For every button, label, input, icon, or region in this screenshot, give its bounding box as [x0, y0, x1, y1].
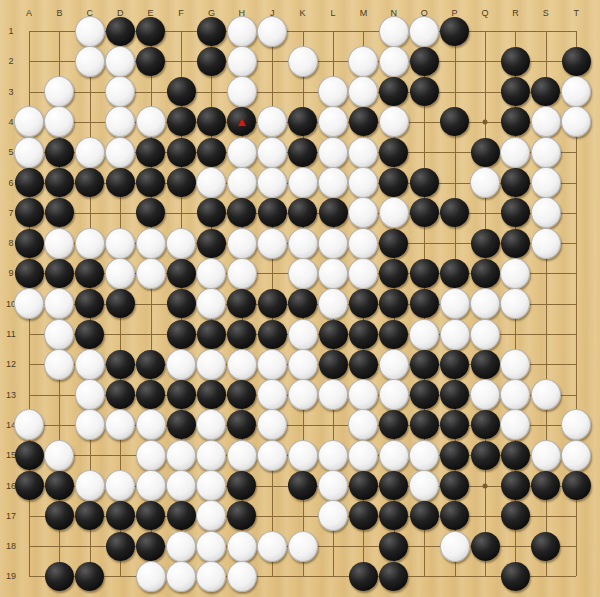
black-stone-glyph [471, 441, 500, 470]
board-intersection[interactable] [348, 16, 378, 46]
white-stone-glyph [379, 16, 409, 47]
white-stone-glyph [348, 76, 378, 107]
black-stone-glyph [75, 289, 104, 318]
white-stone [196, 471, 226, 501]
white-stone [500, 349, 530, 379]
board-intersection[interactable] [318, 561, 348, 591]
black-stone-glyph [501, 47, 530, 76]
white-stone [227, 440, 257, 470]
black-stone-glyph [319, 350, 348, 379]
white-stone-glyph [288, 349, 318, 380]
white-stone [288, 319, 318, 349]
board-intersection[interactable] [105, 561, 135, 591]
board-intersection[interactable] [409, 561, 439, 591]
white-stone-glyph [227, 258, 257, 289]
black-stone-glyph: ▲ [227, 107, 256, 136]
black-stone-glyph [531, 471, 560, 500]
board-intersection[interactable] [257, 46, 287, 76]
white-stone [288, 228, 318, 258]
white-stone [318, 289, 348, 319]
board-intersection[interactable] [470, 77, 500, 107]
white-stone [257, 349, 287, 379]
black-stone [440, 16, 470, 46]
board-intersection[interactable] [14, 561, 44, 591]
black-stone-glyph [167, 320, 196, 349]
black-stone [257, 319, 287, 349]
board-intersection[interactable] [196, 77, 226, 107]
black-stone [379, 289, 409, 319]
board-intersection[interactable] [288, 561, 318, 591]
white-stone [348, 380, 378, 410]
black-stone-glyph [15, 259, 44, 288]
board-intersection[interactable] [500, 319, 530, 349]
white-stone-glyph [166, 470, 196, 501]
black-stone-glyph [501, 229, 530, 258]
black-stone [136, 168, 166, 198]
black-stone [348, 107, 378, 137]
board-intersection[interactable] [409, 531, 439, 561]
white-stone-glyph [318, 76, 348, 107]
black-stone-glyph [379, 532, 408, 561]
white-stone [75, 228, 105, 258]
black-stone [409, 501, 439, 531]
white-stone [196, 531, 226, 561]
white-stone [105, 410, 135, 440]
white-stone-glyph [14, 106, 44, 137]
white-stone-glyph [318, 470, 348, 501]
white-stone [379, 380, 409, 410]
black-stone [136, 16, 166, 46]
black-stone-glyph [288, 138, 317, 167]
white-stone-glyph [379, 46, 409, 77]
black-stone [379, 137, 409, 167]
black-stone-glyph [288, 107, 317, 136]
black-stone-glyph [197, 107, 226, 136]
white-stone-glyph [288, 440, 318, 471]
white-stone-glyph [531, 167, 561, 198]
white-stone-glyph [288, 531, 318, 562]
white-stone-glyph [44, 440, 74, 471]
white-stone [500, 380, 530, 410]
black-stone-glyph [45, 168, 74, 197]
board-intersection[interactable] [470, 107, 500, 137]
board-intersection[interactable] [531, 46, 561, 76]
black-stone [227, 501, 257, 531]
black-stone [379, 561, 409, 591]
black-stone [75, 258, 105, 288]
board-intersection[interactable] [257, 77, 287, 107]
white-stone [196, 410, 226, 440]
white-stone [257, 531, 287, 561]
black-stone-glyph [136, 532, 165, 561]
black-stone-glyph [15, 168, 44, 197]
black-stone [500, 440, 530, 470]
row-label: 1 [8, 26, 13, 36]
row-label: 8 [8, 238, 13, 248]
board-intersection[interactable] [561, 289, 591, 319]
white-stone-glyph [257, 440, 287, 471]
white-stone [257, 137, 287, 167]
black-stone [227, 289, 257, 319]
white-stone [257, 168, 287, 198]
board-intersection[interactable] [136, 289, 166, 319]
black-stone [227, 319, 257, 349]
black-stone-glyph [501, 107, 530, 136]
black-stone [348, 289, 378, 319]
board-intersection[interactable] [409, 137, 439, 167]
black-stone [440, 501, 470, 531]
black-stone [379, 501, 409, 531]
white-stone [75, 46, 105, 76]
board-intersection[interactable] [166, 198, 196, 228]
white-stone-glyph [318, 379, 348, 410]
board-intersection[interactable] [409, 228, 439, 258]
white-stone [531, 137, 561, 167]
black-stone [105, 380, 135, 410]
white-stone-glyph [227, 531, 257, 562]
board-intersection[interactable] [105, 198, 135, 228]
white-stone-glyph [500, 137, 530, 168]
board-intersection[interactable] [470, 16, 500, 46]
board-intersection[interactable] [531, 289, 561, 319]
black-stone [166, 501, 196, 531]
board-intersection[interactable] [257, 258, 287, 288]
board-intersection[interactable] [75, 107, 105, 137]
white-stone [227, 258, 257, 288]
white-stone-glyph [14, 409, 44, 440]
board-intersection[interactable] [288, 16, 318, 46]
white-stone [136, 561, 166, 591]
white-stone [288, 168, 318, 198]
black-stone-glyph [197, 138, 226, 167]
board-intersection[interactable] [14, 349, 44, 379]
board-intersection[interactable] [44, 410, 74, 440]
black-stone [227, 198, 257, 228]
board-intersection[interactable] [14, 380, 44, 410]
black-stone-glyph [136, 47, 165, 76]
white-stone-glyph [318, 137, 348, 168]
board-intersection[interactable] [470, 46, 500, 76]
white-stone [196, 168, 226, 198]
board-intersection[interactable] [531, 561, 561, 591]
black-stone-glyph [471, 410, 500, 439]
black-stone-glyph [136, 138, 165, 167]
white-stone-glyph [196, 167, 226, 198]
board-intersection[interactable] [561, 319, 591, 349]
black-stone-glyph [136, 17, 165, 46]
board-intersection[interactable] [470, 471, 500, 501]
black-stone [409, 198, 439, 228]
black-stone-glyph [349, 501, 378, 530]
board-intersection[interactable] [14, 77, 44, 107]
black-stone-glyph [471, 259, 500, 288]
black-stone-glyph [167, 107, 196, 136]
white-stone [136, 107, 166, 137]
white-stone [257, 16, 287, 46]
black-stone [409, 77, 439, 107]
white-stone-glyph [500, 258, 530, 289]
white-stone [318, 107, 348, 137]
white-stone [166, 561, 196, 591]
white-stone [409, 440, 439, 470]
board-intersection[interactable] [440, 46, 470, 76]
white-stone [379, 107, 409, 137]
board-intersection[interactable] [440, 561, 470, 591]
black-stone [136, 531, 166, 561]
board-intersection[interactable] [561, 561, 591, 591]
white-stone [75, 349, 105, 379]
white-stone [500, 258, 530, 288]
white-stone [531, 380, 561, 410]
black-stone-glyph [440, 107, 469, 136]
black-stone-glyph [288, 198, 317, 227]
white-stone-glyph [44, 228, 74, 259]
black-stone-glyph [136, 350, 165, 379]
board-intersection[interactable] [561, 16, 591, 46]
black-stone-glyph [197, 380, 226, 409]
board-intersection[interactable] [75, 531, 105, 561]
black-stone-glyph [106, 17, 135, 46]
white-stone-glyph [379, 106, 409, 137]
board-intersection[interactable] [105, 319, 135, 349]
black-stone-glyph [227, 380, 256, 409]
board-intersection[interactable] [561, 228, 591, 258]
black-stone-glyph [167, 259, 196, 288]
black-stone [409, 380, 439, 410]
black-stone-glyph [379, 229, 408, 258]
black-stone-glyph [501, 77, 530, 106]
board-intersection[interactable] [440, 77, 470, 107]
white-stone [44, 349, 74, 379]
black-stone-glyph [45, 562, 74, 591]
board-intersection[interactable] [531, 16, 561, 46]
white-stone [166, 531, 196, 561]
board-intersection[interactable] [348, 531, 378, 561]
board-intersection[interactable] [531, 410, 561, 440]
white-stone [531, 107, 561, 137]
white-stone [14, 410, 44, 440]
board-intersection[interactable] [409, 107, 439, 137]
white-stone-glyph [136, 258, 166, 289]
board-intersection[interactable] [470, 561, 500, 591]
white-stone [531, 440, 561, 470]
black-stone-glyph [258, 320, 287, 349]
black-stone-glyph [531, 77, 560, 106]
black-stone-glyph [197, 17, 226, 46]
white-stone [105, 46, 135, 76]
black-stone-glyph [197, 320, 226, 349]
black-stone [44, 198, 74, 228]
white-stone-glyph [166, 228, 196, 259]
white-stone [227, 168, 257, 198]
white-stone [196, 258, 226, 288]
board-intersection[interactable] [500, 531, 530, 561]
white-stone-glyph [348, 409, 378, 440]
white-stone-glyph [105, 409, 135, 440]
black-stone-glyph [379, 320, 408, 349]
white-stone [105, 228, 135, 258]
black-stone [44, 137, 74, 167]
black-stone [196, 16, 226, 46]
black-stone [166, 77, 196, 107]
board-intersection[interactable] [14, 531, 44, 561]
board-intersection[interactable] [14, 16, 44, 46]
black-stone [288, 471, 318, 501]
board-intersection[interactable] [166, 46, 196, 76]
board-intersection[interactable] [44, 46, 74, 76]
black-stone-glyph [501, 501, 530, 530]
board-intersection[interactable] [470, 501, 500, 531]
board-intersection[interactable] [440, 228, 470, 258]
board-intersection[interactable] [44, 380, 74, 410]
board-intersection[interactable] [531, 349, 561, 379]
board-intersection[interactable] [257, 471, 287, 501]
white-stone-glyph [409, 319, 439, 350]
white-stone [348, 46, 378, 76]
board-intersection[interactable] [166, 16, 196, 46]
board-intersection[interactable] [561, 198, 591, 228]
board-intersection[interactable] [14, 46, 44, 76]
board-intersection[interactable] [257, 501, 287, 531]
board-intersection[interactable] [318, 16, 348, 46]
black-stone [105, 349, 135, 379]
white-stone-glyph [196, 409, 226, 440]
black-stone [166, 107, 196, 137]
white-stone [531, 228, 561, 258]
board-intersection[interactable] [75, 198, 105, 228]
white-stone-glyph [348, 46, 378, 77]
board-intersection[interactable] [105, 440, 135, 470]
white-stone-glyph [348, 258, 378, 289]
white-stone [470, 319, 500, 349]
white-stone-glyph [470, 288, 500, 319]
white-stone [196, 289, 226, 319]
board-intersection[interactable] [500, 16, 530, 46]
board-intersection[interactable] [318, 410, 348, 440]
black-stone [500, 77, 530, 107]
black-stone [14, 471, 44, 501]
black-stone-glyph [136, 501, 165, 530]
board-intersection[interactable] [288, 77, 318, 107]
black-stone-glyph [136, 198, 165, 227]
white-stone-glyph [227, 228, 257, 259]
black-stone-glyph [75, 320, 104, 349]
board-intersection[interactable] [257, 561, 287, 591]
board-intersection[interactable] [318, 46, 348, 76]
black-stone-glyph [440, 350, 469, 379]
board-intersection[interactable] [561, 380, 591, 410]
board-intersection[interactable] [14, 319, 44, 349]
black-stone-glyph [349, 289, 378, 318]
black-stone-glyph [501, 198, 530, 227]
black-stone [500, 561, 530, 591]
black-stone [227, 410, 257, 440]
board-intersection[interactable] [44, 16, 74, 46]
black-stone-glyph [167, 410, 196, 439]
board-intersection[interactable] [561, 349, 591, 379]
black-stone [75, 319, 105, 349]
board-intersection[interactable] [561, 501, 591, 531]
black-stone [105, 16, 135, 46]
black-stone [288, 289, 318, 319]
board-intersection[interactable] [561, 168, 591, 198]
white-stone-glyph [531, 197, 561, 228]
white-stone [136, 258, 166, 288]
white-stone-glyph [348, 197, 378, 228]
board-intersection[interactable] [136, 319, 166, 349]
board-intersection[interactable] [75, 77, 105, 107]
board-intersection[interactable] [531, 258, 561, 288]
board-intersection[interactable] [561, 258, 591, 288]
white-stone-glyph [136, 106, 166, 137]
board-intersection[interactable] [561, 137, 591, 167]
white-stone-glyph [348, 228, 378, 259]
black-stone-glyph [136, 380, 165, 409]
white-stone-glyph [500, 379, 530, 410]
white-stone-glyph [379, 440, 409, 471]
white-stone-glyph [75, 46, 105, 77]
black-stone: ▲ [227, 107, 257, 137]
black-stone-glyph [410, 350, 439, 379]
row-label: 6 [8, 178, 13, 188]
black-stone [44, 501, 74, 531]
black-stone [14, 258, 44, 288]
board-intersection[interactable] [318, 531, 348, 561]
black-stone-glyph [288, 471, 317, 500]
white-stone [105, 107, 135, 137]
white-stone [318, 137, 348, 167]
board-intersection[interactable] [136, 77, 166, 107]
board-intersection[interactable] [561, 531, 591, 561]
board-intersection[interactable] [14, 501, 44, 531]
board-intersection[interactable] [288, 501, 318, 531]
black-stone-glyph [319, 320, 348, 349]
black-stone [196, 380, 226, 410]
black-stone-glyph [197, 47, 226, 76]
white-stone [257, 107, 287, 137]
white-stone [470, 168, 500, 198]
black-stone [500, 107, 530, 137]
white-stone-glyph [318, 167, 348, 198]
row-label: 5 [8, 147, 13, 157]
black-stone-glyph [197, 198, 226, 227]
board-intersection[interactable] [44, 531, 74, 561]
white-stone [348, 228, 378, 258]
white-stone [409, 471, 439, 501]
black-stone [500, 228, 530, 258]
black-stone-glyph [15, 471, 44, 500]
board-intersection[interactable] [531, 501, 561, 531]
white-stone [348, 137, 378, 167]
white-stone-glyph [75, 379, 105, 410]
white-stone [196, 440, 226, 470]
board-intersection[interactable] [440, 168, 470, 198]
white-stone [257, 410, 287, 440]
black-stone [500, 198, 530, 228]
board-intersection[interactable] [470, 198, 500, 228]
board-intersection[interactable] [531, 319, 561, 349]
white-stone [500, 289, 530, 319]
black-stone-glyph [349, 107, 378, 136]
black-stone [379, 228, 409, 258]
white-stone [105, 471, 135, 501]
white-stone [379, 349, 409, 379]
board-intersection[interactable] [75, 440, 105, 470]
white-stone-glyph [136, 409, 166, 440]
black-stone [227, 471, 257, 501]
board-intersection[interactable] [288, 410, 318, 440]
board-intersection[interactable] [440, 137, 470, 167]
